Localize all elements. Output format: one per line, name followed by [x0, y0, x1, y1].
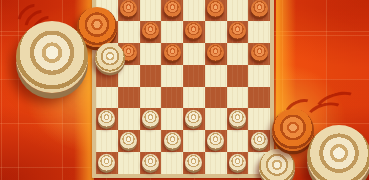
deco-cream-bottom-right	[259, 149, 295, 180]
square-g8[interactable]	[227, 0, 249, 21]
square-f4[interactable]	[205, 87, 227, 109]
square-g3[interactable]	[227, 108, 249, 130]
deco-orange-bottom-right	[272, 109, 314, 151]
square-b3[interactable]	[118, 108, 140, 130]
square-h6[interactable]	[248, 43, 270, 65]
red-checker-f6[interactable]	[207, 44, 224, 61]
square-c5[interactable]	[140, 65, 162, 87]
red-checker-h6[interactable]	[251, 44, 268, 61]
square-e3[interactable]	[183, 108, 205, 130]
red-checker-b8[interactable]	[120, 0, 137, 17]
white-checker-d2[interactable]	[164, 132, 181, 149]
square-f6[interactable]	[205, 43, 227, 65]
square-d2[interactable]	[161, 130, 183, 152]
square-c8[interactable]	[140, 0, 162, 21]
square-a3[interactable]	[96, 108, 118, 130]
square-c4[interactable]	[140, 87, 162, 109]
square-g5[interactable]	[227, 65, 249, 87]
white-checker-c3[interactable]	[142, 110, 159, 127]
square-c3[interactable]	[140, 108, 162, 130]
white-checker-g3[interactable]	[229, 110, 246, 127]
red-checker-g7[interactable]	[229, 22, 246, 39]
red-checker-d8[interactable]	[164, 0, 181, 17]
square-e8[interactable]	[183, 0, 205, 21]
square-d6[interactable]	[161, 43, 183, 65]
square-b7[interactable]	[118, 21, 140, 43]
square-b2[interactable]	[118, 130, 140, 152]
square-f5[interactable]	[205, 65, 227, 87]
square-f3[interactable]	[205, 108, 227, 130]
red-checker-c7[interactable]	[142, 22, 159, 39]
square-h3[interactable]	[248, 108, 270, 130]
red-checker-h8[interactable]	[251, 0, 268, 17]
square-e7[interactable]	[183, 21, 205, 43]
square-e4[interactable]	[183, 87, 205, 109]
red-checker-e7[interactable]	[185, 22, 202, 39]
square-d3[interactable]	[161, 108, 183, 130]
white-checker-g1[interactable]	[229, 154, 246, 171]
deco-cream-big-bottom-right	[307, 125, 369, 180]
square-e1[interactable]	[183, 152, 205, 174]
white-checker-f2[interactable]	[207, 132, 224, 149]
square-e5[interactable]	[183, 65, 205, 87]
square-g2[interactable]	[227, 130, 249, 152]
square-d8[interactable]	[161, 0, 183, 21]
square-f7[interactable]	[205, 21, 227, 43]
square-f1[interactable]	[205, 152, 227, 174]
square-f2[interactable]	[205, 130, 227, 152]
square-b4[interactable]	[118, 87, 140, 109]
square-a4[interactable]	[96, 87, 118, 109]
deco-cream-small-top-left	[95, 43, 125, 73]
square-b1[interactable]	[118, 152, 140, 174]
square-h7[interactable]	[248, 21, 270, 43]
square-h8[interactable]	[248, 0, 270, 21]
square-e6[interactable]	[183, 43, 205, 65]
square-d1[interactable]	[161, 152, 183, 174]
red-checker-d6[interactable]	[164, 44, 181, 61]
square-c6[interactable]	[140, 43, 162, 65]
square-e2[interactable]	[183, 130, 205, 152]
board	[92, 0, 274, 178]
white-checker-a1[interactable]	[98, 154, 115, 171]
square-c2[interactable]	[140, 130, 162, 152]
red-checker-f8[interactable]	[207, 0, 224, 17]
square-g6[interactable]	[227, 43, 249, 65]
white-checker-a3[interactable]	[98, 110, 115, 127]
square-a1[interactable]	[96, 152, 118, 174]
square-g7[interactable]	[227, 21, 249, 43]
square-b8[interactable]	[118, 0, 140, 21]
stage	[0, 0, 369, 180]
square-c7[interactable]	[140, 21, 162, 43]
square-f8[interactable]	[205, 0, 227, 21]
square-g1[interactable]	[227, 152, 249, 174]
square-d7[interactable]	[161, 21, 183, 43]
square-h2[interactable]	[248, 130, 270, 152]
square-d4[interactable]	[161, 87, 183, 109]
square-d5[interactable]	[161, 65, 183, 87]
white-checker-h2[interactable]	[251, 132, 268, 149]
square-g4[interactable]	[227, 87, 249, 109]
white-checker-e3[interactable]	[185, 110, 202, 127]
deco-cream-big-top-left	[16, 21, 88, 93]
square-h4[interactable]	[248, 87, 270, 109]
white-checker-e1[interactable]	[185, 154, 202, 171]
white-checker-c1[interactable]	[142, 154, 159, 171]
square-h5[interactable]	[248, 65, 270, 87]
square-c1[interactable]	[140, 152, 162, 174]
square-a2[interactable]	[96, 130, 118, 152]
white-checker-b2[interactable]	[120, 132, 137, 149]
